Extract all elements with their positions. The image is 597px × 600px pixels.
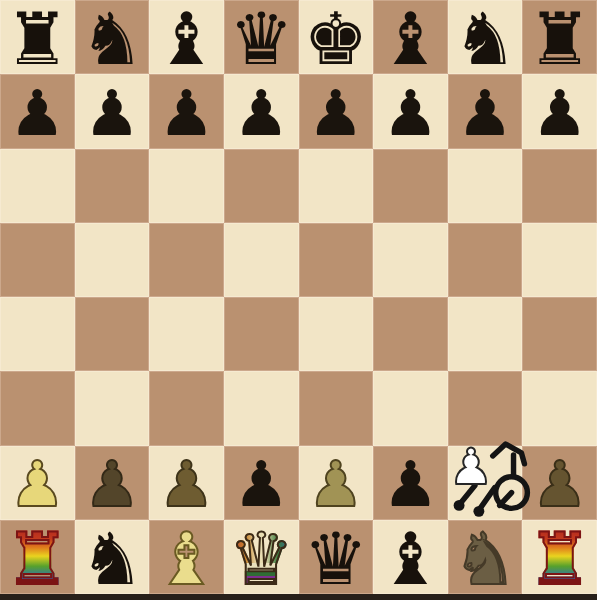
square-b5[interactable] xyxy=(75,223,150,297)
square-a4[interactable] xyxy=(0,297,75,371)
square-c1[interactable]: ♝ xyxy=(149,520,224,594)
square-b1[interactable]: ♞ xyxy=(75,520,150,594)
square-c6[interactable] xyxy=(149,149,224,223)
square-c8[interactable]: ♝ xyxy=(149,0,224,74)
square-b3[interactable] xyxy=(75,371,150,445)
square-b6[interactable] xyxy=(75,149,150,223)
rainbow-rook: ♜ xyxy=(527,523,592,595)
square-h5[interactable] xyxy=(522,223,597,297)
pawn-brown-pawn: ♟ xyxy=(531,453,587,516)
black-pawn-pawn: ♟ xyxy=(233,82,289,145)
square-d3[interactable] xyxy=(224,371,299,445)
brown-knight-knight: ♞ xyxy=(453,523,518,595)
black-knight: ♞ xyxy=(80,3,145,75)
pawn-khaki-pawn: ♟ xyxy=(308,453,364,516)
black-king: ♚ xyxy=(304,3,369,75)
black-pawn-pawn: ♟ xyxy=(84,82,140,145)
pawn-darkbrown-pawn: ♟ xyxy=(84,453,140,516)
square-h2[interactable]: ♟ xyxy=(522,446,597,520)
square-e5[interactable] xyxy=(299,223,374,297)
black-knight: ♞ xyxy=(80,523,145,595)
black-bishop: ♝ xyxy=(378,3,443,75)
black-queen: ♛ xyxy=(304,523,369,595)
square-h4[interactable] xyxy=(522,297,597,371)
square-a7[interactable]: ♟ xyxy=(0,74,75,148)
black-pawn-pawn: ♟ xyxy=(233,453,289,516)
black-bishop: ♝ xyxy=(378,523,443,595)
square-e7[interactable]: ♟ xyxy=(299,74,374,148)
chessboard-screenshot: ♜♞♝♛♚♝♞♜♟♟♟♟♟♟♟♟♟♟♟♟♟♟♟ ♟♜♞♝♛♛♝♞♜ xyxy=(0,0,597,600)
black-pawn-pawn: ♟ xyxy=(382,453,438,516)
square-e1[interactable]: ♛ xyxy=(299,520,374,594)
square-g8[interactable]: ♞ xyxy=(448,0,523,74)
pawn-olive-pawn: ♟ xyxy=(158,453,214,516)
square-c5[interactable] xyxy=(149,223,224,297)
black-rook: ♜ xyxy=(5,3,70,75)
chess-board: ♜♞♝♛♚♝♞♜♟♟♟♟♟♟♟♟♟♟♟♟♟♟♟ ♟♜♞♝♛♛♝♞♜ xyxy=(0,0,597,594)
pawn-white-pawn: ♟ xyxy=(449,442,494,492)
square-f2[interactable]: ♟ xyxy=(373,446,448,520)
square-g3[interactable] xyxy=(448,371,523,445)
black-pawn-pawn: ♟ xyxy=(9,82,65,145)
black-pawn-pawn: ♟ xyxy=(531,82,587,145)
square-h8[interactable]: ♜ xyxy=(522,0,597,74)
square-h7[interactable]: ♟ xyxy=(522,74,597,148)
pawn-pale-pawn: ♟ xyxy=(9,453,65,516)
square-h3[interactable] xyxy=(522,371,597,445)
square-d5[interactable] xyxy=(224,223,299,297)
square-a6[interactable] xyxy=(0,149,75,223)
square-b8[interactable]: ♞ xyxy=(75,0,150,74)
rainbow-rook: ♜ xyxy=(5,523,70,595)
square-d6[interactable] xyxy=(224,149,299,223)
square-g2[interactable]: ♟ xyxy=(448,446,523,520)
square-c4[interactable] xyxy=(149,297,224,371)
black-knight: ♞ xyxy=(453,3,518,75)
square-c3[interactable] xyxy=(149,371,224,445)
cream-bishop: ♝ xyxy=(154,523,219,595)
square-c7[interactable]: ♟ xyxy=(149,74,224,148)
square-g1[interactable]: ♞ xyxy=(448,520,523,594)
square-a5[interactable] xyxy=(0,223,75,297)
square-g6[interactable] xyxy=(448,149,523,223)
square-f5[interactable] xyxy=(373,223,448,297)
black-rook: ♜ xyxy=(527,3,592,75)
square-f4[interactable] xyxy=(373,297,448,371)
square-g5[interactable] xyxy=(448,223,523,297)
square-e3[interactable] xyxy=(299,371,374,445)
black-pawn-pawn: ♟ xyxy=(457,82,513,145)
square-g4[interactable] xyxy=(448,297,523,371)
square-f3[interactable] xyxy=(373,371,448,445)
square-e6[interactable] xyxy=(299,149,374,223)
black-bishop: ♝ xyxy=(154,3,219,75)
square-f8[interactable]: ♝ xyxy=(373,0,448,74)
square-a1[interactable]: ♜ xyxy=(0,520,75,594)
square-d2[interactable]: ♟ xyxy=(224,446,299,520)
square-b7[interactable]: ♟ xyxy=(75,74,150,148)
black-pawn-pawn: ♟ xyxy=(308,82,364,145)
square-g7[interactable]: ♟ xyxy=(448,74,523,148)
square-d8[interactable]: ♛ xyxy=(224,0,299,74)
square-h6[interactable] xyxy=(522,149,597,223)
square-e4[interactable] xyxy=(299,297,374,371)
square-d4[interactable] xyxy=(224,297,299,371)
square-f7[interactable]: ♟ xyxy=(373,74,448,148)
square-a2[interactable]: ♟ xyxy=(0,446,75,520)
square-b4[interactable] xyxy=(75,297,150,371)
square-h1[interactable]: ♜ xyxy=(522,520,597,594)
black-pawn-pawn: ♟ xyxy=(158,82,214,145)
square-f1[interactable]: ♝ xyxy=(373,520,448,594)
black-queen: ♛ xyxy=(229,3,294,75)
square-c2[interactable]: ♟ xyxy=(149,446,224,520)
square-d1[interactable]: ♛ xyxy=(224,520,299,594)
square-e2[interactable]: ♟ xyxy=(299,446,374,520)
square-e8[interactable]: ♚ xyxy=(299,0,374,74)
square-a3[interactable] xyxy=(0,371,75,445)
square-b2[interactable]: ♟ xyxy=(75,446,150,520)
square-a8[interactable]: ♜ xyxy=(0,0,75,74)
black-pawn-pawn: ♟ xyxy=(382,82,438,145)
square-d7[interactable]: ♟ xyxy=(224,74,299,148)
square-f6[interactable] xyxy=(373,149,448,223)
rainbow-queen-queen: ♛ xyxy=(229,523,294,595)
